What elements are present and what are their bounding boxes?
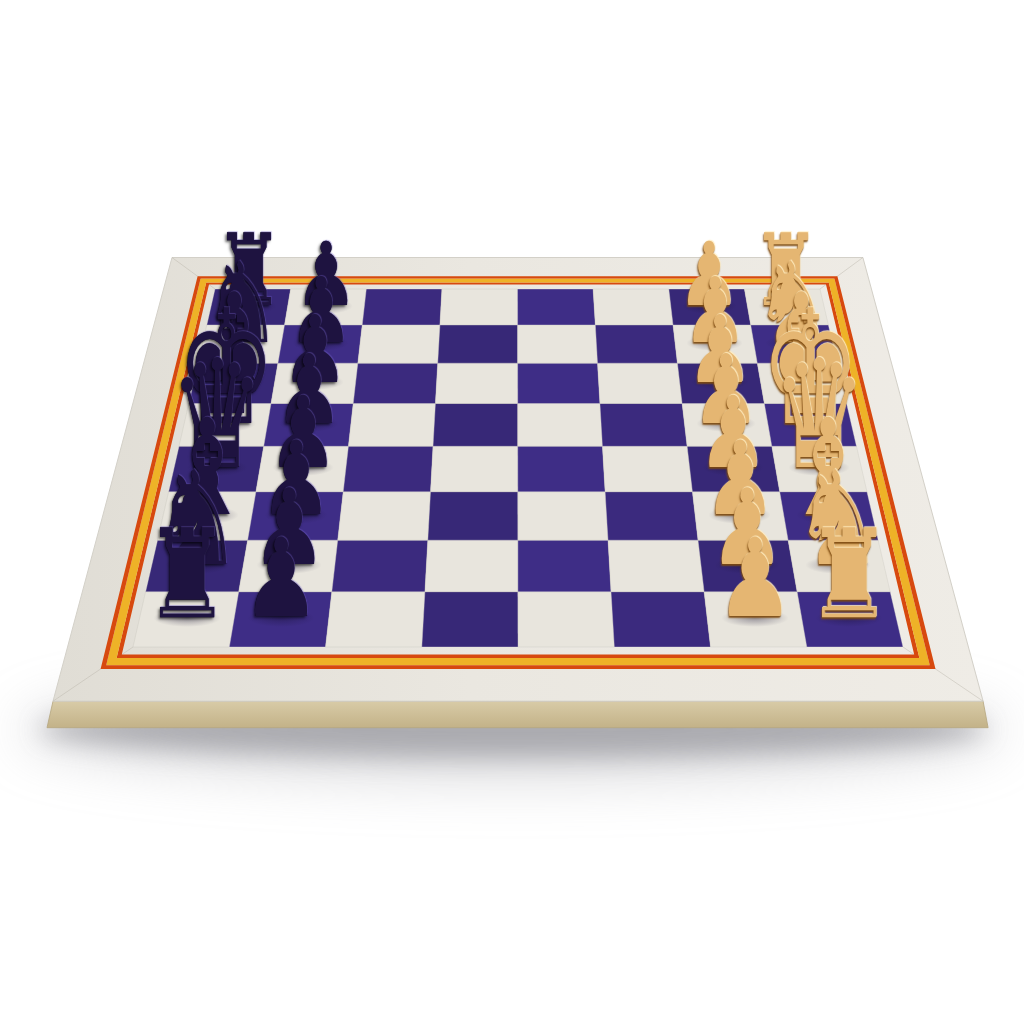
white-bishop-f1: ♝ <box>801 383 910 505</box>
piece-shadow <box>721 609 789 628</box>
piece-shadow <box>256 556 322 574</box>
piece-shadow <box>153 609 221 628</box>
black-pawn-h7: ♟ <box>326 307 405 395</box>
white-pawn-f2: ♟ <box>720 383 804 476</box>
piece-shadow <box>714 556 780 574</box>
piece-shadow <box>758 298 813 313</box>
white-pawn-a2: ♟ <box>755 619 853 728</box>
piece-shadow <box>214 335 271 351</box>
piece-shadow <box>805 556 871 574</box>
black-king-e8: ♚ <box>226 425 368 584</box>
white-pawn-g2: ♟ <box>715 344 796 435</box>
piece-shadow <box>696 415 756 432</box>
piece-shadow <box>264 506 328 524</box>
piece-shadow <box>682 298 737 313</box>
piece-shadow <box>780 415 840 432</box>
black-pawn-f7: ♟ <box>315 383 399 476</box>
piece-shadow <box>298 298 353 313</box>
white-pawn-h2: ♟ <box>709 307 788 395</box>
black-pawn-d7: ♟ <box>303 469 392 568</box>
chessboard-photo: ♜♟♟♜♞♟♟♞♝♟♟♝♚♟♟♚♛♟♟♛♝♟♟♝♞♟♟♞♜♟♟♜ <box>0 0 1024 1024</box>
piece-shadow <box>772 374 830 390</box>
black-rook-a8: ♜ <box>187 619 297 742</box>
black-pawn-e7: ♟ <box>309 425 395 521</box>
piece-shadow <box>165 556 231 574</box>
piece-shadow <box>702 459 764 476</box>
black-rook-h8: ♜ <box>249 307 338 407</box>
piece-shadow <box>222 298 277 313</box>
black-bishop-f8: ♝ <box>234 383 343 505</box>
piece-shadow <box>272 459 334 476</box>
piece-shadow <box>286 374 344 390</box>
white-rook-h1: ♜ <box>786 307 875 407</box>
black-bishop-c8: ♝ <box>207 516 326 649</box>
piece-shadow <box>247 609 315 628</box>
piece-shadow <box>686 335 743 351</box>
black-pawn-c7: ♟ <box>296 516 387 618</box>
white-pawn-c2: ♟ <box>740 516 831 618</box>
piece-shadow <box>765 335 822 351</box>
white-pawn-d2: ♟ <box>733 469 822 568</box>
black-knight-g8: ♞ <box>242 344 342 456</box>
white-pawn-e2: ♟ <box>726 425 812 521</box>
white-rook-a1: ♜ <box>849 619 959 742</box>
piece-shadow <box>796 506 860 524</box>
white-bishop-c1: ♝ <box>828 516 947 649</box>
white-knight-g1: ♞ <box>793 344 893 456</box>
white-queen-d1: ♛ <box>819 469 954 620</box>
piece-shadow <box>815 609 883 628</box>
black-knight-b8: ♞ <box>197 566 314 696</box>
piece-shadow <box>196 415 256 432</box>
pieces-layer: ♜♟♟♜♞♟♟♞♝♟♟♝♚♟♟♚♛♟♟♛♝♟♟♝♞♟♟♞♜♟♟♜ <box>0 0 1024 1024</box>
piece-shadow <box>205 374 263 390</box>
black-pawn-b7: ♟ <box>289 566 383 671</box>
black-queen-d8: ♛ <box>217 469 352 620</box>
piece-shadow <box>176 506 240 524</box>
piece-shadow <box>708 506 772 524</box>
piece-shadow <box>186 459 248 476</box>
piece-shadow <box>279 415 339 432</box>
white-king-e1: ♚ <box>810 425 952 584</box>
piece-shadow <box>292 335 349 351</box>
piece-shadow <box>788 459 850 476</box>
piece-shadow <box>691 374 749 390</box>
white-knight-b1: ♞ <box>838 566 955 696</box>
black-pawn-g7: ♟ <box>321 344 402 435</box>
white-pawn-b2: ♟ <box>747 566 841 671</box>
black-pawn-a7: ♟ <box>281 619 379 728</box>
